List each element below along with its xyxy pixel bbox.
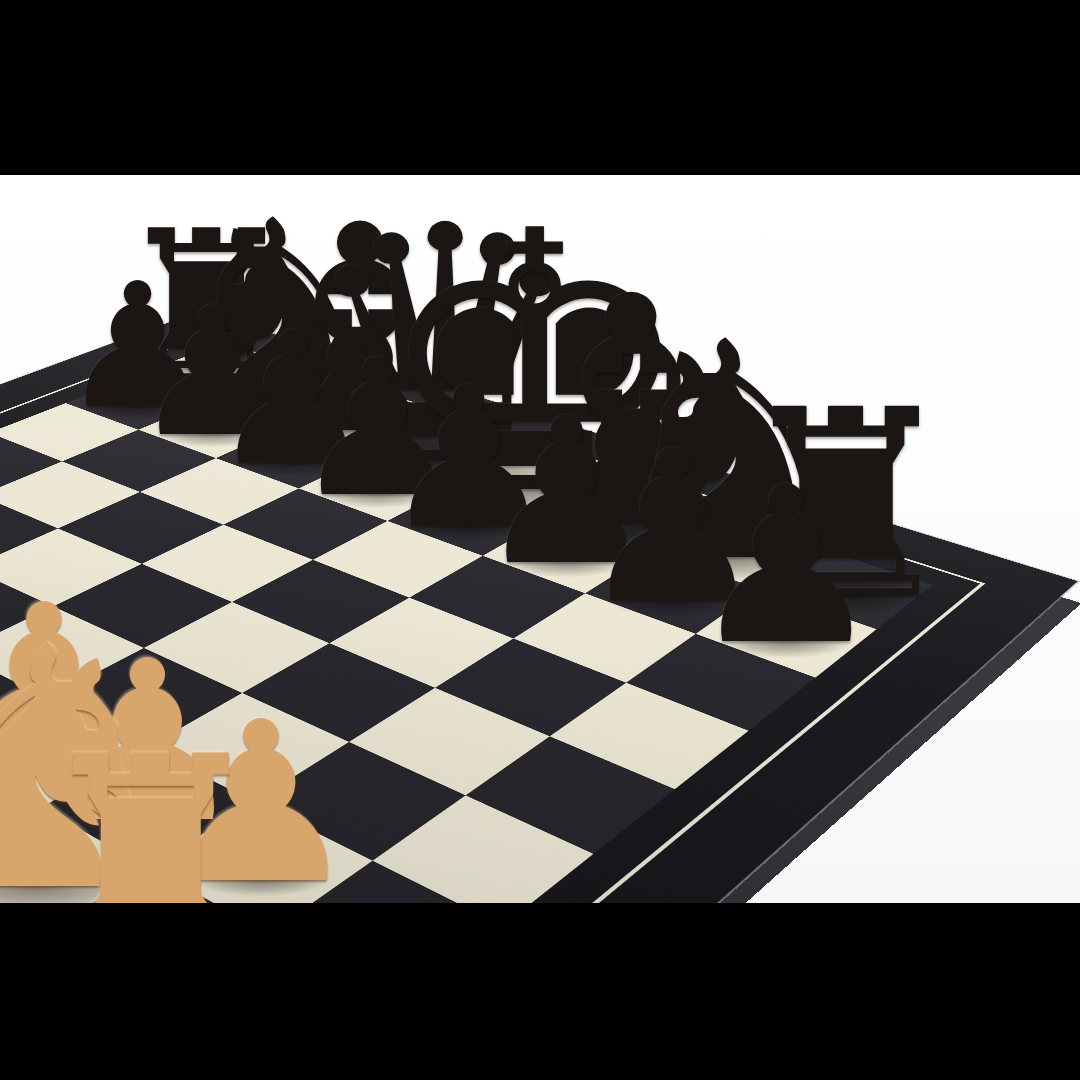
- top-letterbox-bar: [0, 0, 1080, 175]
- chess-set-photo: ♜♞♝♛♚♝♞♜♟♟♟♟♟♟♟♟♟♟♟♞♜: [0, 0, 1080, 1080]
- bottom-letterbox-bar: [0, 903, 1080, 1080]
